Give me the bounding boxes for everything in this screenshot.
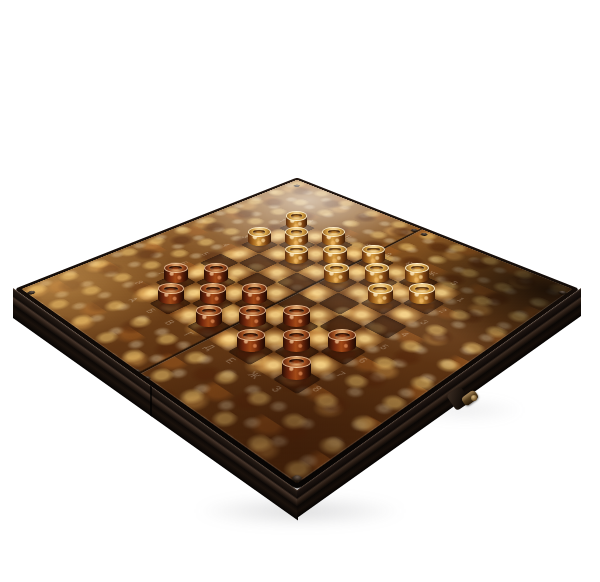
piece-top bbox=[328, 329, 356, 341]
piece-top-hole bbox=[411, 266, 424, 270]
light-checker-e6[interactable] bbox=[324, 263, 349, 289]
piece-top-hole bbox=[248, 287, 262, 291]
light-checker-c6[interactable] bbox=[285, 245, 309, 270]
dark-checker-h1[interactable] bbox=[282, 356, 311, 386]
dark-checker-d1[interactable] bbox=[196, 305, 223, 333]
piece-top bbox=[286, 211, 308, 220]
piece-reflection bbox=[411, 304, 434, 317]
amber-checkers-photo: ААББВВГГДДЕЕЖЖЗЗ1122334455667788 bbox=[0, 0, 600, 582]
piece-reflection bbox=[369, 304, 392, 317]
piece-top-hole bbox=[290, 248, 302, 252]
piece-reflection bbox=[249, 246, 269, 257]
piece-reflection bbox=[238, 352, 263, 366]
piece-top bbox=[368, 283, 394, 294]
piece-top bbox=[283, 329, 311, 341]
piece-top bbox=[282, 356, 311, 368]
piece-top-hole bbox=[329, 248, 341, 252]
dark-checker-f1[interactable] bbox=[237, 329, 265, 358]
piece-top-hole bbox=[373, 287, 387, 291]
pieces-layer bbox=[0, 0, 600, 582]
dark-checker-h3[interactable] bbox=[328, 329, 356, 358]
piece-top-hole bbox=[370, 266, 383, 270]
piece-top-hole bbox=[415, 287, 429, 291]
piece-reflection bbox=[159, 304, 182, 317]
piece-reflection bbox=[283, 379, 309, 394]
piece-top-hole bbox=[253, 230, 265, 234]
piece-top bbox=[200, 283, 226, 294]
piece-top bbox=[248, 227, 271, 237]
light-checker-a6[interactable] bbox=[248, 227, 271, 251]
piece-top bbox=[322, 227, 345, 237]
dark-checker-g2[interactable] bbox=[283, 329, 311, 358]
piece-top-hole bbox=[330, 266, 343, 270]
piece-top bbox=[409, 283, 435, 294]
light-checker-h7[interactable] bbox=[409, 283, 435, 310]
piece-top-hole bbox=[289, 359, 305, 364]
piece-top-hole bbox=[328, 230, 340, 234]
piece-top-hole bbox=[246, 309, 260, 314]
piece-top-hole bbox=[335, 333, 350, 338]
piece-top bbox=[323, 245, 347, 255]
piece-reflection bbox=[330, 352, 355, 366]
piece-top-hole bbox=[367, 248, 379, 252]
piece-top bbox=[285, 227, 308, 237]
piece-top-hole bbox=[291, 214, 302, 218]
light-checker-g6[interactable] bbox=[368, 283, 394, 310]
piece-top bbox=[242, 283, 268, 294]
piece-top-hole bbox=[206, 287, 220, 291]
piece-reflection bbox=[197, 327, 221, 340]
piece-top-hole bbox=[291, 230, 303, 234]
piece-top-hole bbox=[164, 287, 178, 291]
piece-top-hole bbox=[210, 266, 223, 270]
dark-checker-b1[interactable] bbox=[158, 283, 184, 310]
piece-top bbox=[237, 329, 265, 341]
piece-top-hole bbox=[169, 266, 182, 270]
piece-reflection bbox=[326, 283, 348, 295]
piece-top bbox=[158, 283, 184, 294]
piece-top-hole bbox=[243, 333, 258, 338]
piece-top-hole bbox=[289, 333, 304, 338]
piece-top-hole bbox=[202, 309, 216, 314]
piece-reflection bbox=[286, 264, 307, 276]
piece-top-hole bbox=[289, 309, 303, 314]
